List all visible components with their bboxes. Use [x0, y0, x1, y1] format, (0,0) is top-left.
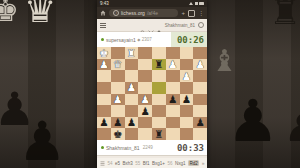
square-c2[interactable]: ♟	[166, 59, 180, 71]
site-info-icon[interactable]: i	[113, 10, 119, 16]
background-piece-white-king-icon: ♚	[0, 0, 19, 26]
square-e5[interactable]: ♟	[138, 94, 152, 106]
square-f4[interactable]: ♟	[125, 82, 139, 94]
tab-switcher-button[interactable]	[188, 10, 195, 17]
square-f1[interactable]: ♜	[125, 47, 139, 59]
square-d6[interactable]	[152, 105, 166, 117]
player-rating-top: 2307	[142, 37, 152, 42]
square-h5[interactable]	[97, 94, 111, 106]
piece-black-pawn: ♟	[168, 94, 177, 105]
move-list-bar: 54e5Bxh355Bf1Bxg1+56Nxg1Rd2 »	[97, 158, 207, 168]
square-g3[interactable]	[111, 70, 125, 82]
square-d8[interactable]: ♜	[152, 128, 166, 140]
player-name-top[interactable]: supersayain1	[106, 37, 136, 43]
piece-black-pawn: ♟	[113, 117, 122, 128]
move-list[interactable]: 54e5Bxh355Bf1Bxg1+56Nxg1Rd2	[108, 160, 200, 166]
square-a6[interactable]	[193, 105, 207, 117]
square-e1[interactable]	[138, 47, 152, 59]
piece-black-pawn: ♟	[195, 117, 204, 128]
square-a3[interactable]	[193, 70, 207, 82]
piece-black-pawn: ♟	[127, 117, 136, 128]
square-f3[interactable]	[125, 70, 139, 82]
status-icons	[189, 2, 204, 5]
square-e3[interactable]	[138, 70, 152, 82]
square-c5[interactable]: ♟	[166, 94, 180, 106]
square-a8[interactable]	[193, 128, 207, 140]
piece-black-pawn: ♟	[99, 117, 108, 128]
piece-black-king: ♚	[113, 129, 122, 140]
square-c8[interactable]	[166, 128, 180, 140]
background-piece-black-pawn-icon: ♟	[18, 114, 66, 168]
online-dot	[101, 146, 104, 149]
piece-white-pawn: ♟	[195, 59, 204, 70]
square-f5[interactable]	[125, 94, 139, 106]
square-h3[interactable]	[97, 70, 111, 82]
online-dot	[101, 38, 104, 41]
square-b3[interactable]: ♟	[180, 70, 194, 82]
challenge-swords-icon[interactable]	[148, 22, 154, 28]
square-c6[interactable]	[166, 105, 180, 117]
player-bar-top: supersayain1 ◆ 2307 00:26	[97, 32, 207, 47]
background-piece-black-pawn-icon: ♟	[283, 102, 300, 148]
move-nav-forward[interactable]: »	[202, 160, 205, 166]
new-tab-button[interactable]: +	[181, 10, 185, 16]
square-f2[interactable]	[125, 59, 139, 71]
player-bar-bottom: Shakhmatn_81 2249 00:33	[97, 140, 207, 155]
square-a5[interactable]	[193, 94, 207, 106]
move-number: 55	[135, 161, 140, 166]
square-c4[interactable]	[166, 82, 180, 94]
square-g5[interactable]: ♟	[111, 94, 125, 106]
piece-white-pawn: ♟	[182, 71, 191, 82]
clock-bottom: 00:33	[171, 140, 207, 155]
screenshot-canvas: ♚♛♟♟ ♜♝♟♟ 9:43 i lichess.org/af4e + ⋮	[0, 0, 300, 168]
header-username[interactable]: Shakhmatn_81	[165, 23, 195, 28]
piece-white-pawn: ♟	[99, 59, 108, 70]
square-a2[interactable]: ♟	[193, 59, 207, 71]
square-e2[interactable]	[138, 59, 152, 71]
square-h6[interactable]	[97, 105, 111, 117]
status-time: 9:43	[100, 1, 109, 6]
square-g7[interactable]: ♟	[111, 117, 125, 129]
url-bar[interactable]: i lichess.org/af4e	[109, 9, 178, 17]
square-c1[interactable]	[166, 47, 180, 59]
square-a4[interactable]	[193, 82, 207, 94]
square-d7[interactable]	[152, 117, 166, 129]
square-a1[interactable]	[193, 47, 207, 59]
home-icon[interactable]	[100, 10, 106, 17]
square-a7[interactable]: ♟	[193, 117, 207, 129]
url-host: lichess.org	[121, 10, 145, 16]
square-b5[interactable]: ♟	[180, 94, 194, 106]
current-move[interactable]: Rd2	[188, 160, 199, 166]
square-f7[interactable]: ♟	[125, 117, 139, 129]
piece-black-pawn: ♟	[140, 106, 149, 117]
square-g6[interactable]	[111, 105, 125, 117]
user-avatar-icon[interactable]	[198, 22, 204, 28]
square-h4[interactable]	[97, 82, 111, 94]
battery-icon	[199, 2, 204, 5]
square-g8[interactable]: ♚	[111, 128, 125, 140]
square-d3[interactable]	[152, 70, 166, 82]
square-e8[interactable]	[138, 128, 152, 140]
piece-white-pawn: ♟	[168, 59, 177, 70]
move-number: 56	[167, 161, 172, 166]
browser-menu-button[interactable]: ⋮	[198, 10, 204, 16]
url-path: /af4e	[147, 10, 158, 16]
lichess-header: Shakhmatn_81	[97, 19, 207, 32]
square-h1[interactable]: ♚	[97, 47, 111, 59]
move[interactable]: Bxh3	[123, 161, 133, 166]
move[interactable]: Bf1	[143, 161, 150, 166]
notification-bell-icon[interactable]	[156, 22, 162, 28]
search-icon[interactable]	[140, 22, 146, 28]
wifi-icon	[195, 2, 198, 5]
background-piece-black-rook-icon: ♜	[269, 0, 300, 30]
square-c3[interactable]	[166, 70, 180, 82]
square-g1[interactable]	[111, 47, 125, 59]
square-b1[interactable]	[180, 47, 194, 59]
signal-icon	[189, 2, 193, 5]
background-piece-white-queen-icon: ♛	[24, 0, 56, 28]
square-h7[interactable]: ♟	[97, 117, 111, 129]
square-f8[interactable]	[125, 128, 139, 140]
square-b2[interactable]	[180, 59, 194, 71]
piece-black-pawn: ♟	[182, 94, 191, 105]
square-d5[interactable]	[152, 94, 166, 106]
move[interactable]: Nxg1	[175, 161, 186, 166]
square-d2[interactable]: ♜	[152, 59, 166, 71]
piece-white-rook: ♜	[127, 48, 136, 59]
background-piece-black-pawn-icon: ♟	[227, 92, 279, 150]
square-d4[interactable]	[152, 82, 166, 94]
player-flair-icon: ◆	[137, 37, 140, 42]
clock-top: 00:26	[171, 32, 207, 47]
square-e4[interactable]	[138, 82, 152, 94]
piece-white-queen: ♛	[113, 59, 122, 70]
move-number: 54	[108, 161, 113, 166]
hamburger-menu-icon[interactable]	[100, 23, 106, 28]
browser-address-bar: i lichess.org/af4e + ⋮	[97, 7, 207, 19]
move[interactable]: Bxg1+	[152, 161, 165, 166]
background-piece-white-bishop-icon: ♝	[211, 46, 238, 76]
background-art-right: ♜♝♟♟	[207, 0, 300, 168]
move[interactable]: e5	[115, 161, 120, 166]
status-bar: 9:43	[97, 0, 207, 7]
piece-white-pawn: ♟	[127, 82, 136, 93]
square-c7[interactable]	[166, 117, 180, 129]
square-b6[interactable]	[180, 105, 194, 117]
phone-screen: 9:43 i lichess.org/af4e + ⋮	[97, 0, 207, 168]
square-f6[interactable]	[125, 105, 139, 117]
square-b7[interactable]	[180, 117, 194, 129]
square-e6[interactable]: ♟	[138, 105, 152, 117]
square-g4[interactable]	[111, 82, 125, 94]
piece-black-rook: ♜	[154, 59, 163, 70]
square-e7[interactable]	[138, 117, 152, 129]
square-g2[interactable]: ♛	[111, 59, 125, 71]
square-h2[interactable]: ♟	[97, 59, 111, 71]
square-b4[interactable]	[180, 82, 194, 94]
background-art-left: ♚♛♟♟	[0, 0, 97, 168]
move-list-menu-icon[interactable]	[100, 161, 105, 166]
player-name-bottom[interactable]: Shakhmatn_81	[106, 145, 140, 151]
square-b8[interactable]	[180, 128, 194, 140]
piece-black-rook: ♜	[154, 129, 163, 140]
square-d1[interactable]	[152, 47, 166, 59]
piece-white-king: ♚	[99, 48, 108, 59]
piece-white-pawn: ♟	[113, 94, 122, 105]
square-h8[interactable]	[97, 128, 111, 140]
piece-white-pawn: ♟	[140, 94, 149, 105]
player-rating-bottom: 2249	[143, 145, 153, 150]
chess-board[interactable]: ♚♜♟♛♜♟♟♟♟♟♟♟♟♟♟♟♟♟♚♜	[97, 47, 207, 140]
